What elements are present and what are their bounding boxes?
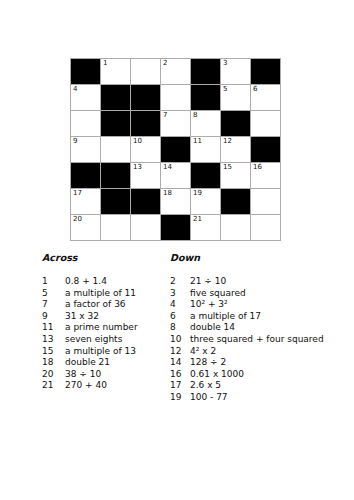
clue-item: 11a prime number: [42, 322, 172, 334]
clue-item: 7a factor of 36: [42, 299, 172, 311]
grid-cell[interactable]: 2: [161, 59, 190, 84]
grid-cell[interactable]: 13: [131, 163, 160, 188]
clue-number: 2: [170, 276, 190, 288]
clue-number: 18: [42, 357, 65, 369]
cell-number: 9: [73, 137, 77, 146]
clue-number: 21: [42, 380, 65, 392]
clue-text: 0.61 x 1000: [190, 369, 244, 381]
black-cell: [251, 137, 280, 162]
clue-text: a multiple of 17: [190, 311, 261, 323]
grid-cell[interactable]: 7: [161, 111, 190, 136]
clue-item: 172.6 x 5: [170, 380, 340, 392]
clue-text: 10² + 3²: [190, 299, 228, 311]
grid-cell[interactable]: 21: [191, 215, 220, 240]
clue-item: 18double 21: [42, 357, 172, 369]
clue-number: 8: [170, 322, 190, 334]
clue-text: 100 - 77: [190, 392, 228, 404]
clue-item: 13seven eights: [42, 334, 172, 346]
grid-cell[interactable]: 14: [161, 163, 190, 188]
clue-text: a prime number: [65, 322, 138, 334]
cell-number: 10: [133, 137, 142, 146]
black-cell: [101, 85, 130, 110]
clue-item: 15a multiple of 13: [42, 346, 172, 358]
black-cell: [71, 59, 100, 84]
clue-text: 21 ÷ 10: [190, 276, 226, 288]
grid-cell[interactable]: [251, 189, 280, 214]
grid-cell[interactable]: 20: [71, 215, 100, 240]
grid-cell[interactable]: [251, 215, 280, 240]
black-cell: [221, 111, 250, 136]
cell-number: 21: [193, 215, 202, 224]
clue-text: 128 ÷ 2: [190, 357, 226, 369]
black-cell: [131, 189, 160, 214]
clue-text: 31 x 32: [65, 311, 99, 323]
clue-item: 8double 14: [170, 322, 340, 334]
clue-number: 17: [170, 380, 190, 392]
grid-cell[interactable]: 16: [251, 163, 280, 188]
clue-item: 21270 + 40: [42, 380, 172, 392]
clue-item: 2038 ÷ 10: [42, 369, 172, 381]
clue-number: 3: [170, 288, 190, 300]
cell-number: 2: [163, 59, 167, 68]
grid-cell[interactable]: 18: [161, 189, 190, 214]
clue-number: 12: [170, 346, 190, 358]
clue-item: 3five squared: [170, 288, 340, 300]
clue-text: 4² x 2: [190, 346, 216, 358]
clue-number: 4: [170, 299, 190, 311]
cell-number: 15: [223, 163, 232, 172]
cell-number: 3: [223, 59, 227, 68]
clue-text: three squared + four squared: [190, 334, 324, 346]
clue-item: 19100 - 77: [170, 392, 340, 404]
worksheet-page: 123456789101112131415161718192021 Across…: [0, 0, 354, 500]
grid-cell[interactable]: 11: [191, 137, 220, 162]
cell-number: 11: [193, 137, 202, 146]
grid-cell[interactable]: 9: [71, 137, 100, 162]
black-cell: [101, 111, 130, 136]
cell-number: 13: [133, 163, 142, 172]
clue-number: 9: [42, 311, 65, 323]
clue-number: 19: [170, 392, 190, 404]
grid-cell[interactable]: [161, 85, 190, 110]
grid-cell[interactable]: 5: [221, 85, 250, 110]
black-cell: [101, 189, 130, 214]
cell-number: 5: [223, 85, 227, 94]
cell-number: 1: [103, 59, 107, 68]
cell-number: 14: [163, 163, 172, 172]
black-cell: [221, 189, 250, 214]
grid-cell[interactable]: 3: [221, 59, 250, 84]
clue-number: 15: [42, 346, 65, 358]
grid-cell[interactable]: 15: [221, 163, 250, 188]
clue-number: 6: [170, 311, 190, 323]
cell-number: 18: [163, 189, 172, 198]
across-clue-list: 10.8 + 1.45a multiple of 117a factor of …: [42, 276, 172, 392]
grid-cell[interactable]: [71, 111, 100, 136]
clue-number: 10: [170, 334, 190, 346]
grid-cell[interactable]: [131, 215, 160, 240]
clue-number: 14: [170, 357, 190, 369]
clue-item: 221 ÷ 10: [170, 276, 340, 288]
clue-number: 16: [170, 369, 190, 381]
black-cell: [161, 137, 190, 162]
black-cell: [161, 215, 190, 240]
clue-text: 38 ÷ 10: [65, 369, 101, 381]
across-clues-section: Across 10.8 + 1.45a multiple of 117a fac…: [42, 252, 172, 392]
grid-cell[interactable]: 12: [221, 137, 250, 162]
clue-text: 270 + 40: [65, 380, 107, 392]
clue-text: five squared: [190, 288, 246, 300]
clue-text: a factor of 36: [65, 299, 126, 311]
clue-item: 931 x 32: [42, 311, 172, 323]
grid-cell[interactable]: [101, 215, 130, 240]
cell-number: 4: [73, 85, 77, 94]
cell-number: 6: [253, 85, 257, 94]
grid-cell[interactable]: 19: [191, 189, 220, 214]
clue-text: a multiple of 13: [65, 346, 136, 358]
clue-text: double 14: [190, 322, 235, 334]
clue-number: 1: [42, 276, 65, 288]
black-cell: [131, 111, 160, 136]
cell-number: 7: [163, 111, 167, 120]
grid-cell[interactable]: 8: [191, 111, 220, 136]
grid-cell[interactable]: 4: [71, 85, 100, 110]
clue-item: 14128 ÷ 2: [170, 357, 340, 369]
black-cell: [251, 59, 280, 84]
clue-text: double 21: [65, 357, 110, 369]
grid-cell[interactable]: [251, 111, 280, 136]
cell-number: 17: [73, 189, 82, 198]
clue-number: 20: [42, 369, 65, 381]
cell-number: 12: [223, 137, 232, 146]
cell-number: 8: [193, 111, 197, 120]
clue-item: 6a multiple of 17: [170, 311, 340, 323]
clue-number: 7: [42, 299, 65, 311]
clue-text: a multiple of 11: [65, 288, 136, 300]
black-cell: [191, 163, 220, 188]
grid-cell[interactable]: 1: [101, 59, 130, 84]
black-cell: [101, 163, 130, 188]
crossword-grid: 123456789101112131415161718192021: [70, 58, 281, 241]
clue-item: 10three squared + four squared: [170, 334, 340, 346]
black-cell: [131, 85, 160, 110]
clue-item: 160.61 x 1000: [170, 369, 340, 381]
clue-item: 124² x 2: [170, 346, 340, 358]
cell-number: 20: [73, 215, 82, 224]
grid-cell[interactable]: 6: [251, 85, 280, 110]
clue-text: seven eights: [65, 334, 122, 346]
grid-cell[interactable]: 17: [71, 189, 100, 214]
clue-text: 2.6 x 5: [190, 380, 221, 392]
clue-number: 5: [42, 288, 65, 300]
clue-number: 13: [42, 334, 65, 346]
clue-text: 0.8 + 1.4: [65, 276, 107, 288]
clue-item: 410² + 3²: [170, 299, 340, 311]
cell-number: 16: [253, 163, 262, 172]
grid-cell[interactable]: [221, 215, 250, 240]
clue-number: 11: [42, 322, 65, 334]
down-clue-list: 221 ÷ 103five squared410² + 3²6a multipl…: [170, 276, 340, 404]
cell-number: 19: [193, 189, 202, 198]
black-cell: [191, 59, 220, 84]
grid-cell[interactable]: [131, 59, 160, 84]
down-header: Down: [170, 252, 340, 264]
grid-cell[interactable]: 10: [131, 137, 160, 162]
down-clues-section: Down 221 ÷ 103five squared410² + 3²6a mu…: [170, 252, 340, 404]
black-cell: [191, 85, 220, 110]
across-header: Across: [42, 252, 172, 264]
grid-cell[interactable]: [101, 137, 130, 162]
clue-item: 5a multiple of 11: [42, 288, 172, 300]
black-cell: [71, 163, 100, 188]
clue-item: 10.8 + 1.4: [42, 276, 172, 288]
